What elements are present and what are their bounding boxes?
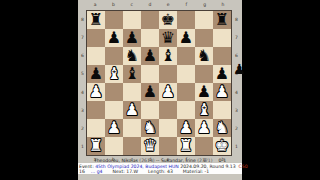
white-bishop-piece[interactable]: ♝ xyxy=(107,66,121,82)
current-move-link[interactable]: ... g4 xyxy=(91,169,103,174)
file-label-b: b xyxy=(104,2,122,8)
white-pawn-piece[interactable]: ♟ xyxy=(197,120,211,136)
square-b6[interactable] xyxy=(105,47,123,65)
chess-app-frame: abcdefgh 87654321 ♜♚♜♟♟♛♟♞♟♝♞♟♝♝♟♟♟♟♟♟♟♝… xyxy=(78,0,242,180)
square-b7[interactable]: ♟ xyxy=(105,29,123,47)
square-d7[interactable] xyxy=(141,29,159,47)
white-knight-piece[interactable]: ♞ xyxy=(143,120,157,136)
square-g2[interactable]: ♟ xyxy=(195,119,213,137)
square-d4[interactable]: ♟ xyxy=(141,83,159,101)
square-c8[interactable] xyxy=(123,11,141,29)
square-g1[interactable] xyxy=(195,137,213,155)
square-e8[interactable]: ♚ xyxy=(159,11,177,29)
square-h3[interactable] xyxy=(213,101,231,119)
square-f6[interactable] xyxy=(177,47,195,65)
rank-label-4: 4 xyxy=(234,83,239,101)
square-f3[interactable] xyxy=(177,101,195,119)
square-a2[interactable] xyxy=(87,119,105,137)
black-bishop-piece[interactable]: ♝ xyxy=(125,66,139,82)
square-g6[interactable]: ♞ xyxy=(195,47,213,65)
left-letterbox xyxy=(0,0,78,180)
white-pawn-piece[interactable]: ♟ xyxy=(89,84,103,100)
file-labels-top: abcdefgh xyxy=(86,2,232,8)
file-label-h: h xyxy=(214,2,232,8)
file-label-c: c xyxy=(123,2,141,8)
square-e4[interactable]: ♟ xyxy=(159,83,177,101)
white-pawn-piece[interactable]: ♟ xyxy=(107,120,121,136)
rank-label-4: 4 xyxy=(80,83,85,101)
square-c7[interactable]: ♟ xyxy=(123,29,141,47)
square-a6[interactable] xyxy=(87,47,105,65)
file-label-a: a xyxy=(86,2,104,8)
square-d8[interactable] xyxy=(141,11,159,29)
rank-label-5: 5 xyxy=(80,65,85,83)
rank-labels-left: 87654321 xyxy=(80,10,85,156)
square-c4[interactable] xyxy=(123,83,141,101)
rank-label-7: 7 xyxy=(80,28,85,46)
square-e3[interactable] xyxy=(159,101,177,119)
rank-label-8: 8 xyxy=(80,10,85,28)
square-c6[interactable]: ♞ xyxy=(123,47,141,65)
square-d2[interactable]: ♞ xyxy=(141,119,159,137)
file-label-e: e xyxy=(159,2,177,8)
square-b3[interactable] xyxy=(105,101,123,119)
square-c2[interactable] xyxy=(123,119,141,137)
square-g3[interactable]: ♝ xyxy=(195,101,213,119)
file-label-f: f xyxy=(177,2,195,8)
white-knight-piece[interactable]: ♞ xyxy=(215,120,229,136)
square-h7[interactable] xyxy=(213,29,231,47)
rank-label-1: 1 xyxy=(80,138,85,156)
rank-label-2: 2 xyxy=(234,120,239,138)
square-g4[interactable]: ♟ xyxy=(195,83,213,101)
white-queen-piece[interactable]: ♛ xyxy=(143,138,157,154)
black-queen-piece[interactable]: ♛ xyxy=(161,30,175,46)
rank-labels-right: 87654321 xyxy=(234,10,239,156)
white-king-piece[interactable]: ♚ xyxy=(215,138,229,154)
black-pawn-piece[interactable]: ♟ xyxy=(125,30,139,46)
white-rook-piece[interactable]: ♜ xyxy=(179,138,193,154)
square-d1[interactable]: ♛ xyxy=(141,137,159,155)
square-b2[interactable]: ♟ xyxy=(105,119,123,137)
square-h8[interactable]: ♜ xyxy=(213,11,231,29)
right-letterbox xyxy=(242,0,320,180)
square-e1[interactable] xyxy=(159,137,177,155)
rank-label-3: 3 xyxy=(234,101,239,119)
game-length: Length: 43 xyxy=(148,169,173,174)
square-e7[interactable]: ♛ xyxy=(159,29,177,47)
square-d6[interactable]: ♟ xyxy=(141,47,159,65)
square-f8[interactable] xyxy=(177,11,195,29)
rank-label-3: 3 xyxy=(80,101,85,119)
black-pawn-piece[interactable]: ♟ xyxy=(107,30,121,46)
square-b1[interactable] xyxy=(105,137,123,155)
black-rook-piece[interactable]: ♜ xyxy=(89,12,103,28)
square-a3[interactable] xyxy=(87,101,105,119)
black-knight-piece[interactable]: ♞ xyxy=(197,48,211,64)
white-pawn-piece[interactable]: ♟ xyxy=(215,84,229,100)
square-c3[interactable]: ♟ xyxy=(123,101,141,119)
square-e6[interactable]: ♝ xyxy=(159,47,177,65)
square-h5[interactable]: ♟ xyxy=(213,65,231,83)
white-bishop-piece[interactable]: ♝ xyxy=(197,102,211,118)
square-c1[interactable] xyxy=(123,137,141,155)
square-a8[interactable]: ♜ xyxy=(87,11,105,29)
white-pawn-piece[interactable]: ♟ xyxy=(179,120,193,136)
square-b8[interactable] xyxy=(105,11,123,29)
rank-label-6: 6 xyxy=(80,47,85,65)
square-h6[interactable] xyxy=(213,47,231,65)
white-pawn-piece[interactable]: ♟ xyxy=(161,84,175,100)
square-c5[interactable]: ♝ xyxy=(123,65,141,83)
square-g5[interactable] xyxy=(195,65,213,83)
black-pawn-piece[interactable]: ♟ xyxy=(143,48,157,64)
rank-label-1: 1 xyxy=(234,138,239,156)
rank-label-2: 2 xyxy=(80,120,85,138)
black-pawn-piece[interactable]: ♟ xyxy=(143,84,157,100)
file-label-g: g xyxy=(196,2,214,8)
square-f2[interactable]: ♟ xyxy=(177,119,195,137)
material-balance: Material: -1 xyxy=(183,169,209,174)
square-d5[interactable] xyxy=(141,65,159,83)
square-a4[interactable]: ♟ xyxy=(87,83,105,101)
eco-code: C50 xyxy=(239,164,248,169)
next-move-indicator: Next: 17.W xyxy=(113,169,139,174)
move-number: 16 xyxy=(79,169,85,174)
square-b5[interactable]: ♝ xyxy=(105,65,123,83)
square-g8[interactable] xyxy=(195,11,213,29)
white-rook-piece[interactable]: ♜ xyxy=(89,138,103,154)
square-a7[interactable] xyxy=(87,29,105,47)
square-e2[interactable] xyxy=(159,119,177,137)
black-rook-piece[interactable]: ♜ xyxy=(215,12,229,28)
file-label-d: d xyxy=(141,2,159,8)
square-h2[interactable]: ♞ xyxy=(213,119,231,137)
square-d3[interactable] xyxy=(141,101,159,119)
black-knight-piece[interactable]: ♞ xyxy=(125,48,139,64)
rank-label-8: 8 xyxy=(234,10,239,28)
white-pawn-piece[interactable]: ♟ xyxy=(125,102,139,118)
black-king-piece[interactable]: ♚ xyxy=(161,12,175,28)
square-h4[interactable]: ♟ xyxy=(213,83,231,101)
black-pawn-piece[interactable]: ♟ xyxy=(179,30,193,46)
black-pawn-piece[interactable]: ♟ xyxy=(197,84,211,100)
square-h1[interactable]: ♚ xyxy=(213,137,231,155)
black-pawn-piece[interactable]: ♟ xyxy=(215,66,229,82)
footer-panel: Event: 45th Olympiad 2024, Budapest HUN … xyxy=(78,163,242,174)
square-f4[interactable] xyxy=(177,83,195,101)
square-f1[interactable]: ♜ xyxy=(177,137,195,155)
rank-label-7: 7 xyxy=(234,28,239,46)
status-line: 16... g4Next: 17.WLength: 43Material: -1 xyxy=(79,169,209,174)
square-f7[interactable]: ♟ xyxy=(177,29,195,47)
chess-board[interactable]: ♜♚♜♟♟♛♟♞♟♝♞♟♝♝♟♟♟♟♟♟♟♝♟♞♟♟♞♜♛♜♚ xyxy=(86,10,232,156)
square-b4[interactable] xyxy=(105,83,123,101)
square-g7[interactable] xyxy=(195,29,213,47)
square-a5[interactable]: ♟ xyxy=(87,65,105,83)
black-bishop-piece[interactable]: ♝ xyxy=(161,48,175,64)
captured-material-tray: ♟ xyxy=(233,59,242,78)
black-pawn-captured-icon: ♟ xyxy=(233,61,246,77)
black-pawn-piece[interactable]: ♟ xyxy=(89,66,103,82)
square-e5[interactable] xyxy=(159,65,177,83)
square-a1[interactable]: ♜ xyxy=(87,137,105,155)
square-f5[interactable] xyxy=(177,65,195,83)
